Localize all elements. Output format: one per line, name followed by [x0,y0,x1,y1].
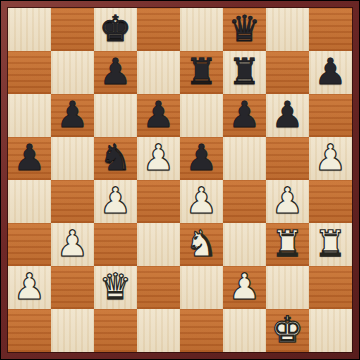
square-e3[interactable]: ♞ [180,223,223,266]
square-c1[interactable] [94,309,137,352]
square-e4[interactable]: ♟ [180,180,223,223]
square-c8[interactable]: ♚ [94,8,137,51]
square-f1[interactable] [223,309,266,352]
black-king[interactable]: ♚ [94,8,137,51]
black-rook[interactable]: ♜ [223,51,266,94]
square-a6[interactable] [8,94,51,137]
black-pawn[interactable]: ♟ [180,137,223,180]
black-pawn[interactable]: ♟ [309,51,352,94]
square-d5[interactable]: ♟ [137,137,180,180]
white-rook[interactable]: ♜ [266,223,309,266]
square-e1[interactable] [180,309,223,352]
square-f7[interactable]: ♜ [223,51,266,94]
white-knight[interactable]: ♞ [180,223,223,266]
square-b6[interactable]: ♟ [51,94,94,137]
square-h6[interactable] [309,94,352,137]
square-d1[interactable] [137,309,180,352]
white-pawn[interactable]: ♟ [223,266,266,309]
black-pawn[interactable]: ♟ [8,137,51,180]
square-d8[interactable] [137,8,180,51]
square-f2[interactable]: ♟ [223,266,266,309]
square-b2[interactable] [51,266,94,309]
square-a2[interactable]: ♟ [8,266,51,309]
chess-board: ♚♛♟♜♜♟♟♟♟♟♟♞♟♟♟♟♟♟♟♞♜♜♟♛♟♚ [8,8,352,352]
square-e8[interactable] [180,8,223,51]
white-pawn[interactable]: ♟ [180,180,223,223]
square-c7[interactable]: ♟ [94,51,137,94]
square-b7[interactable] [51,51,94,94]
black-pawn[interactable]: ♟ [51,94,94,137]
black-knight[interactable]: ♞ [94,137,137,180]
square-f3[interactable] [223,223,266,266]
square-d2[interactable] [137,266,180,309]
square-d7[interactable] [137,51,180,94]
square-b1[interactable] [51,309,94,352]
square-e6[interactable] [180,94,223,137]
square-h2[interactable] [309,266,352,309]
square-g6[interactable]: ♟ [266,94,309,137]
black-pawn[interactable]: ♟ [94,51,137,94]
square-d3[interactable] [137,223,180,266]
square-b3[interactable]: ♟ [51,223,94,266]
white-rook[interactable]: ♜ [309,223,352,266]
square-h5[interactable]: ♟ [309,137,352,180]
square-g1[interactable]: ♚ [266,309,309,352]
black-rook[interactable]: ♜ [180,51,223,94]
square-b5[interactable] [51,137,94,180]
square-e5[interactable]: ♟ [180,137,223,180]
square-e2[interactable] [180,266,223,309]
square-g2[interactable] [266,266,309,309]
square-d6[interactable]: ♟ [137,94,180,137]
white-queen[interactable]: ♛ [94,266,137,309]
square-h3[interactable]: ♜ [309,223,352,266]
square-d4[interactable] [137,180,180,223]
square-f4[interactable] [223,180,266,223]
square-b8[interactable] [51,8,94,51]
square-g5[interactable] [266,137,309,180]
square-g3[interactable]: ♜ [266,223,309,266]
white-pawn[interactable]: ♟ [266,180,309,223]
square-h7[interactable]: ♟ [309,51,352,94]
white-pawn[interactable]: ♟ [51,223,94,266]
board-frame: ♚♛♟♜♜♟♟♟♟♟♟♞♟♟♟♟♟♟♟♞♜♜♟♛♟♚ [0,0,360,360]
square-a3[interactable] [8,223,51,266]
square-h8[interactable] [309,8,352,51]
square-a4[interactable] [8,180,51,223]
square-c5[interactable]: ♞ [94,137,137,180]
square-h4[interactable] [309,180,352,223]
square-a5[interactable]: ♟ [8,137,51,180]
square-c2[interactable]: ♛ [94,266,137,309]
square-g7[interactable] [266,51,309,94]
square-a1[interactable] [8,309,51,352]
square-c3[interactable] [94,223,137,266]
black-pawn[interactable]: ♟ [137,94,180,137]
square-f8[interactable]: ♛ [223,8,266,51]
white-pawn[interactable]: ♟ [309,137,352,180]
black-pawn[interactable]: ♟ [266,94,309,137]
square-a7[interactable] [8,51,51,94]
black-pawn[interactable]: ♟ [223,94,266,137]
square-c4[interactable]: ♟ [94,180,137,223]
square-b4[interactable] [51,180,94,223]
square-e7[interactable]: ♜ [180,51,223,94]
square-h1[interactable] [309,309,352,352]
square-g4[interactable]: ♟ [266,180,309,223]
square-f5[interactable] [223,137,266,180]
black-queen[interactable]: ♛ [223,8,266,51]
square-f6[interactable]: ♟ [223,94,266,137]
square-a8[interactable] [8,8,51,51]
square-g8[interactable] [266,8,309,51]
white-pawn[interactable]: ♟ [137,137,180,180]
white-king[interactable]: ♚ [266,309,309,352]
white-pawn[interactable]: ♟ [94,180,137,223]
square-c6[interactable] [94,94,137,137]
white-pawn[interactable]: ♟ [8,266,51,309]
